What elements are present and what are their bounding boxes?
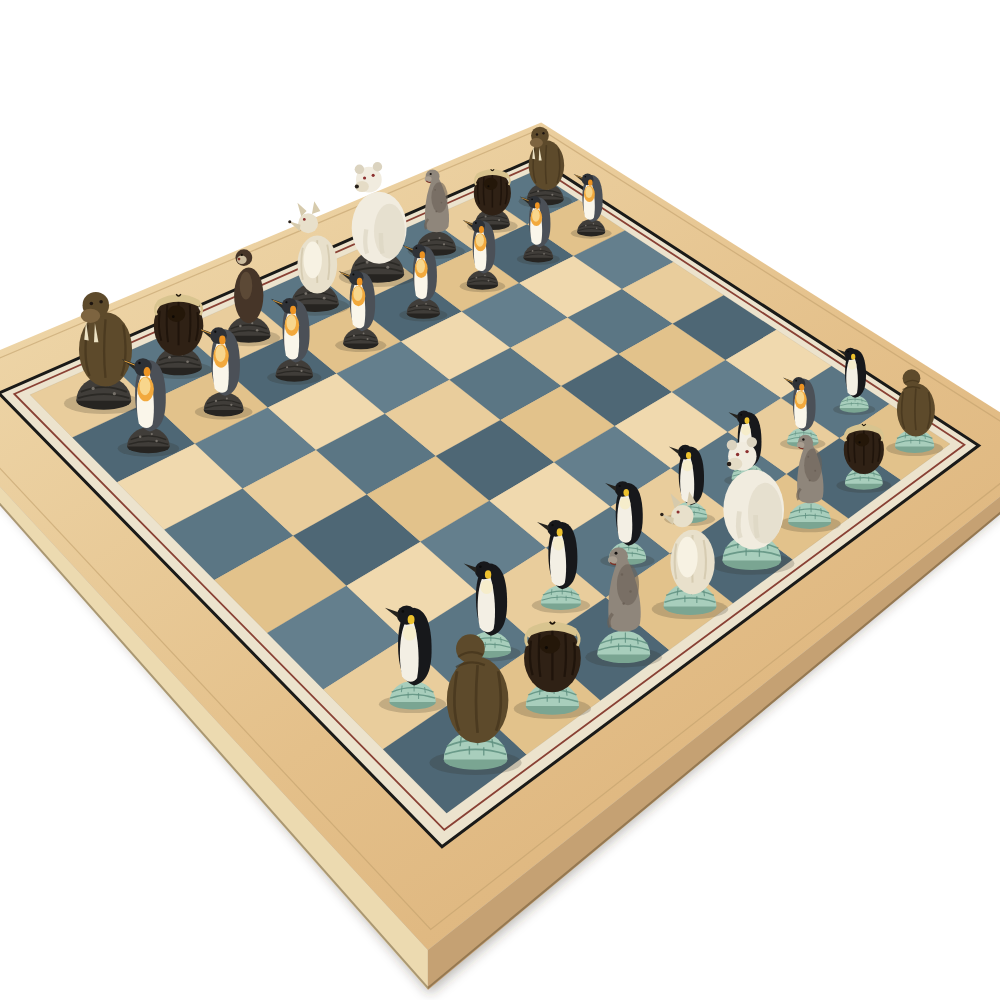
photo-stage [0, 0, 1000, 1000]
arctic-chess-board-photo [0, 0, 1000, 1000]
